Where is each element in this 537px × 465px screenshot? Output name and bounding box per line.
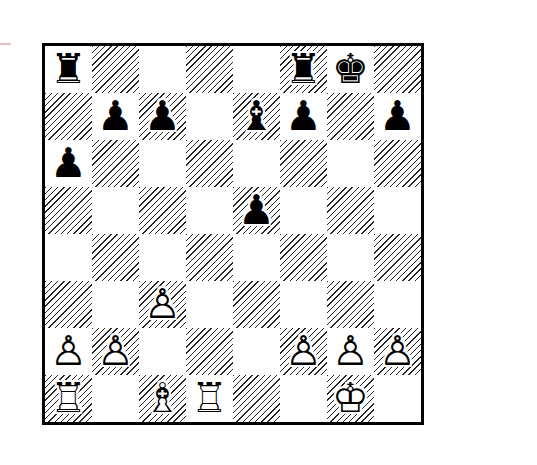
square-d4[interactable] (186, 234, 233, 281)
black-pawn-c7: ♟♟ (139, 93, 186, 140)
square-c6[interactable] (139, 140, 186, 187)
stray-mark (0, 43, 11, 45)
piece-glyph: ♟ (280, 93, 327, 140)
square-d1[interactable]: ♜♖ (186, 375, 233, 422)
white-rook-a1: ♜♖ (45, 375, 92, 422)
square-g8[interactable]: ♚♚ (327, 46, 374, 93)
square-f8[interactable]: ♜♜ (280, 46, 327, 93)
square-d8[interactable] (186, 46, 233, 93)
square-h2[interactable]: ♟♙ (374, 328, 421, 375)
square-b2[interactable]: ♟♙ (92, 328, 139, 375)
piece-glyph: ♜ (45, 46, 92, 93)
square-g5[interactable] (327, 187, 374, 234)
square-c1[interactable]: ♝♗ (139, 375, 186, 422)
square-e7[interactable]: ♝♝ (233, 93, 280, 140)
white-pawn-f2: ♟♙ (280, 328, 327, 375)
chess-board: ♜♜♜♜♚♚♟♟♟♟♝♝♟♟♟♟♟♟♟♟♟♙♟♙♟♙♟♙♟♙♟♙♜♖♝♗♜♖♚♔ (42, 43, 424, 425)
square-d6[interactable] (186, 140, 233, 187)
black-pawn-b7: ♟♟ (92, 93, 139, 140)
square-g6[interactable] (327, 140, 374, 187)
piece-glyph: ♖ (45, 375, 92, 422)
square-a4[interactable] (45, 234, 92, 281)
white-pawn-g2: ♟♙ (327, 328, 374, 375)
square-h4[interactable] (374, 234, 421, 281)
white-pawn-b2: ♟♙ (92, 328, 139, 375)
square-c5[interactable] (139, 187, 186, 234)
square-d3[interactable] (186, 281, 233, 328)
square-b1[interactable] (92, 375, 139, 422)
square-c7[interactable]: ♟♟ (139, 93, 186, 140)
square-a2[interactable]: ♟♙ (45, 328, 92, 375)
square-a7[interactable] (45, 93, 92, 140)
white-pawn-c3: ♟♙ (139, 281, 186, 328)
square-h6[interactable] (374, 140, 421, 187)
piece-glyph: ♗ (139, 375, 186, 422)
square-b8[interactable] (92, 46, 139, 93)
square-e5[interactable]: ♟♟ (233, 187, 280, 234)
square-b3[interactable] (92, 281, 139, 328)
piece-glyph: ♙ (45, 328, 92, 375)
square-h7[interactable]: ♟♟ (374, 93, 421, 140)
piece-glyph: ♟ (233, 187, 280, 234)
piece-glyph: ♝ (233, 93, 280, 140)
square-a5[interactable] (45, 187, 92, 234)
square-e1[interactable] (233, 375, 280, 422)
black-pawn-e5: ♟♟ (233, 187, 280, 234)
black-pawn-h7: ♟♟ (374, 93, 421, 140)
square-f4[interactable] (280, 234, 327, 281)
square-h1[interactable] (374, 375, 421, 422)
piece-glyph: ♜ (280, 46, 327, 93)
square-b7[interactable]: ♟♟ (92, 93, 139, 140)
black-bishop-e7: ♝♝ (233, 93, 280, 140)
square-e6[interactable] (233, 140, 280, 187)
white-pawn-h2: ♟♙ (374, 328, 421, 375)
square-d7[interactable] (186, 93, 233, 140)
square-a1[interactable]: ♜♖ (45, 375, 92, 422)
square-e2[interactable] (233, 328, 280, 375)
square-f3[interactable] (280, 281, 327, 328)
square-g1[interactable]: ♚♔ (327, 375, 374, 422)
piece-glyph: ♙ (280, 328, 327, 375)
piece-glyph: ♙ (374, 328, 421, 375)
piece-glyph: ♟ (374, 93, 421, 140)
square-g4[interactable] (327, 234, 374, 281)
piece-glyph: ♟ (45, 140, 92, 187)
square-h5[interactable] (374, 187, 421, 234)
square-f7[interactable]: ♟♟ (280, 93, 327, 140)
black-rook-a8: ♜♜ (45, 46, 92, 93)
page-canvas: ♜♜♜♜♚♚♟♟♟♟♝♝♟♟♟♟♟♟♟♟♟♙♟♙♟♙♟♙♟♙♟♙♜♖♝♗♜♖♚♔ (0, 0, 537, 465)
piece-glyph: ♙ (139, 281, 186, 328)
black-pawn-f7: ♟♟ (280, 93, 327, 140)
square-f2[interactable]: ♟♙ (280, 328, 327, 375)
square-g7[interactable] (327, 93, 374, 140)
white-rook-d1: ♜♖ (186, 375, 233, 422)
square-a6[interactable]: ♟♟ (45, 140, 92, 187)
square-f5[interactable] (280, 187, 327, 234)
piece-glyph: ♟ (92, 93, 139, 140)
square-g2[interactable]: ♟♙ (327, 328, 374, 375)
square-b4[interactable] (92, 234, 139, 281)
square-h8[interactable] (374, 46, 421, 93)
white-bishop-c1: ♝♗ (139, 375, 186, 422)
square-c8[interactable] (139, 46, 186, 93)
black-king-g8: ♚♚ (327, 46, 374, 93)
square-d5[interactable] (186, 187, 233, 234)
piece-glyph: ♙ (92, 328, 139, 375)
square-a8[interactable]: ♜♜ (45, 46, 92, 93)
square-h3[interactable] (374, 281, 421, 328)
square-b5[interactable] (92, 187, 139, 234)
piece-glyph: ♙ (327, 328, 374, 375)
piece-glyph: ♟ (139, 93, 186, 140)
square-e4[interactable] (233, 234, 280, 281)
square-b6[interactable] (92, 140, 139, 187)
white-king-g1: ♚♔ (327, 375, 374, 422)
piece-glyph: ♔ (327, 375, 374, 422)
square-f6[interactable] (280, 140, 327, 187)
square-e3[interactable] (233, 281, 280, 328)
square-g3[interactable] (327, 281, 374, 328)
square-d2[interactable] (186, 328, 233, 375)
piece-glyph: ♖ (186, 375, 233, 422)
square-f1[interactable] (280, 375, 327, 422)
black-rook-f8: ♜♜ (280, 46, 327, 93)
square-a3[interactable] (45, 281, 92, 328)
square-c3[interactable]: ♟♙ (139, 281, 186, 328)
square-c2[interactable] (139, 328, 186, 375)
square-c4[interactable] (139, 234, 186, 281)
piece-glyph: ♚ (327, 46, 374, 93)
white-pawn-a2: ♟♙ (45, 328, 92, 375)
black-pawn-a6: ♟♟ (45, 140, 92, 187)
square-e8[interactable] (233, 46, 280, 93)
